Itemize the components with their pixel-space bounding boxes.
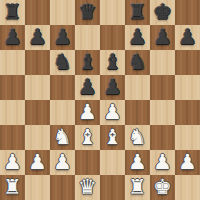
square-g8[interactable]: ♚ — [150, 0, 175, 25]
square-c3[interactable]: ♞ — [50, 125, 75, 150]
white-pawn-a2[interactable]: ♟ — [3, 150, 22, 175]
square-f1[interactable]: ♜ — [125, 175, 150, 200]
white-bishop-d3[interactable]: ♝ — [78, 125, 97, 150]
square-e8[interactable] — [100, 0, 125, 25]
square-g7[interactable]: ♟ — [150, 25, 175, 50]
black-pawn-g7[interactable]: ♟ — [153, 25, 172, 50]
white-bishop-e3[interactable]: ♝ — [103, 125, 122, 150]
square-b7[interactable]: ♟ — [25, 25, 50, 50]
square-d7[interactable] — [75, 25, 100, 50]
square-c1[interactable] — [50, 175, 75, 200]
square-c5[interactable] — [50, 75, 75, 100]
square-h2[interactable]: ♟ — [175, 150, 200, 175]
square-a6[interactable] — [0, 50, 25, 75]
white-pawn-h2[interactable]: ♟ — [178, 150, 197, 175]
square-d8[interactable]: ♛ — [75, 0, 100, 25]
square-c6[interactable]: ♞ — [50, 50, 75, 75]
black-queen-d8[interactable]: ♛ — [78, 0, 97, 25]
square-e3[interactable]: ♝ — [100, 125, 125, 150]
square-d4[interactable]: ♟ — [75, 100, 100, 125]
white-pawn-c2[interactable]: ♟ — [53, 150, 72, 175]
square-f3[interactable]: ♞ — [125, 125, 150, 150]
black-bishop-d6[interactable]: ♝ — [78, 50, 97, 75]
square-d1[interactable]: ♛ — [75, 175, 100, 200]
square-f2[interactable]: ♟ — [125, 150, 150, 175]
square-g3[interactable] — [150, 125, 175, 150]
black-pawn-b7[interactable]: ♟ — [28, 25, 47, 50]
white-queen-d1[interactable]: ♛ — [78, 175, 97, 200]
square-d2[interactable] — [75, 150, 100, 175]
square-b4[interactable] — [25, 100, 50, 125]
black-pawn-f7[interactable]: ♟ — [128, 25, 147, 50]
square-e6[interactable]: ♝ — [100, 50, 125, 75]
square-c4[interactable] — [50, 100, 75, 125]
white-rook-a1[interactable]: ♜ — [3, 175, 22, 200]
square-b6[interactable] — [25, 50, 50, 75]
white-pawn-b2[interactable]: ♟ — [28, 150, 47, 175]
white-knight-f3[interactable]: ♞ — [128, 125, 147, 150]
square-h6[interactable] — [175, 50, 200, 75]
square-h7[interactable]: ♟ — [175, 25, 200, 50]
square-f6[interactable]: ♞ — [125, 50, 150, 75]
white-pawn-g2[interactable]: ♟ — [153, 150, 172, 175]
square-g5[interactable] — [150, 75, 175, 100]
square-g2[interactable]: ♟ — [150, 150, 175, 175]
black-knight-c6[interactable]: ♞ — [53, 50, 72, 75]
square-h8[interactable] — [175, 0, 200, 25]
square-e5[interactable]: ♟ — [100, 75, 125, 100]
black-knight-f6[interactable]: ♞ — [128, 50, 147, 75]
square-b5[interactable] — [25, 75, 50, 100]
square-b8[interactable] — [25, 0, 50, 25]
square-d6[interactable]: ♝ — [75, 50, 100, 75]
square-a4[interactable] — [0, 100, 25, 125]
black-pawn-e5[interactable]: ♟ — [103, 75, 122, 100]
square-b3[interactable] — [25, 125, 50, 150]
square-g4[interactable] — [150, 100, 175, 125]
white-king-g1[interactable]: ♚ — [153, 175, 172, 200]
black-rook-f8[interactable]: ♜ — [128, 0, 147, 25]
square-g6[interactable] — [150, 50, 175, 75]
chess-board: ♜♛♜♚♟♟♟♟♟♟♞♝♝♞♟♟♟♟♞♝♝♞♟♟♟♟♟♟♜♛♜♚ — [0, 0, 200, 200]
white-rook-f1[interactable]: ♜ — [128, 175, 147, 200]
square-c8[interactable] — [50, 0, 75, 25]
square-f7[interactable]: ♟ — [125, 25, 150, 50]
square-h1[interactable] — [175, 175, 200, 200]
black-pawn-d5[interactable]: ♟ — [78, 75, 97, 100]
square-a7[interactable]: ♟ — [0, 25, 25, 50]
square-f4[interactable] — [125, 100, 150, 125]
square-b1[interactable] — [25, 175, 50, 200]
black-king-g8[interactable]: ♚ — [153, 0, 172, 25]
square-a8[interactable]: ♜ — [0, 0, 25, 25]
square-a1[interactable]: ♜ — [0, 175, 25, 200]
square-a3[interactable] — [0, 125, 25, 150]
square-d3[interactable]: ♝ — [75, 125, 100, 150]
square-a2[interactable]: ♟ — [0, 150, 25, 175]
black-rook-a8[interactable]: ♜ — [3, 0, 22, 25]
white-pawn-d4[interactable]: ♟ — [78, 100, 97, 125]
square-c2[interactable]: ♟ — [50, 150, 75, 175]
square-h4[interactable] — [175, 100, 200, 125]
square-f5[interactable] — [125, 75, 150, 100]
square-h5[interactable] — [175, 75, 200, 100]
square-a5[interactable] — [0, 75, 25, 100]
square-h3[interactable] — [175, 125, 200, 150]
square-e1[interactable] — [100, 175, 125, 200]
square-e4[interactable]: ♟ — [100, 100, 125, 125]
square-b2[interactable]: ♟ — [25, 150, 50, 175]
square-c7[interactable]: ♟ — [50, 25, 75, 50]
white-pawn-f2[interactable]: ♟ — [128, 150, 147, 175]
black-pawn-c7[interactable]: ♟ — [53, 25, 72, 50]
square-e7[interactable] — [100, 25, 125, 50]
square-g1[interactable]: ♚ — [150, 175, 175, 200]
white-pawn-e4[interactable]: ♟ — [103, 100, 122, 125]
square-e2[interactable] — [100, 150, 125, 175]
black-pawn-h7[interactable]: ♟ — [178, 25, 197, 50]
black-bishop-e6[interactable]: ♝ — [103, 50, 122, 75]
white-knight-c3[interactable]: ♞ — [53, 125, 72, 150]
black-pawn-a7[interactable]: ♟ — [3, 25, 22, 50]
square-d5[interactable]: ♟ — [75, 75, 100, 100]
square-f8[interactable]: ♜ — [125, 0, 150, 25]
